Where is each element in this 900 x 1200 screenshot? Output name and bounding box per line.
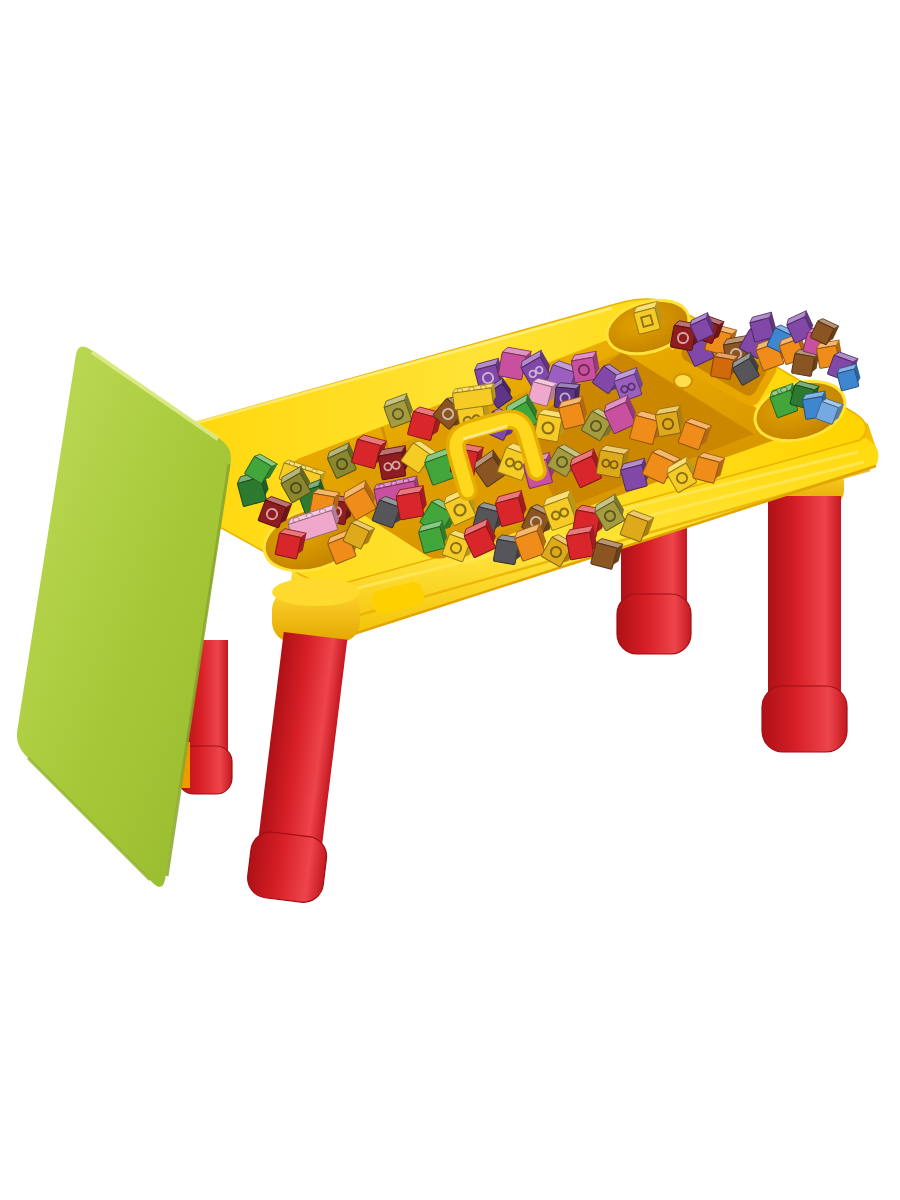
- product-photo: [0, 0, 900, 1200]
- play-table-scene: [0, 0, 900, 1200]
- green-lid: [17, 346, 231, 886]
- tray-latch-knob: [674, 374, 692, 388]
- toy-block: [654, 405, 685, 436]
- table-leg-front-left: [245, 578, 360, 905]
- table-leg-front-right: [762, 464, 847, 752]
